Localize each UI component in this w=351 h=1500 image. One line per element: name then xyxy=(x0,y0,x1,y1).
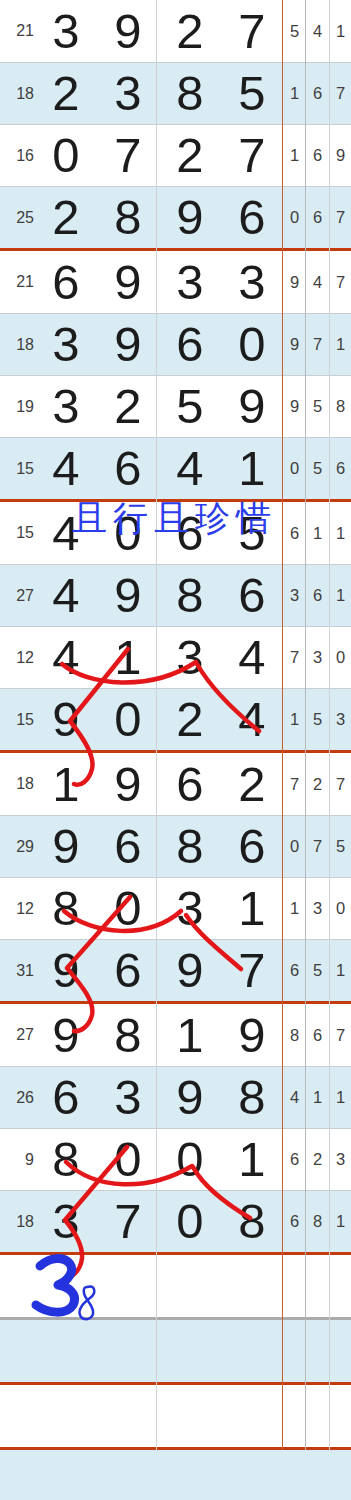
draw-row: 124134730 xyxy=(0,626,351,688)
sum-label: 21 xyxy=(0,23,35,39)
tail-digit: 6 xyxy=(306,147,329,164)
draw-row: 252896067 xyxy=(0,186,351,248)
main-digit: 7 xyxy=(97,1197,159,1246)
main-digit: 4 xyxy=(159,444,221,493)
draw-row xyxy=(0,1320,351,1382)
main-digit: 4 xyxy=(221,695,283,744)
main-digit: 1 xyxy=(221,444,283,493)
sum-label: 18 xyxy=(0,86,35,102)
tail-digit: 3 xyxy=(306,900,329,917)
main-digit: 3 xyxy=(159,258,221,307)
main-digit: 9 xyxy=(97,760,159,809)
tail-digit: 2 xyxy=(306,776,329,793)
main-digit: 0 xyxy=(35,131,97,180)
tail-digit: 6 xyxy=(329,460,351,477)
main-digit: 4 xyxy=(221,633,283,682)
tail-digit: 1 xyxy=(329,1089,351,1106)
draw-row: 213927541 xyxy=(0,0,351,62)
main-digit: 2 xyxy=(35,193,97,242)
main-digit: 7 xyxy=(97,131,159,180)
tail-digit: 1 xyxy=(329,587,351,604)
main-digit: 1 xyxy=(35,760,97,809)
main-digit: 9 xyxy=(97,258,159,307)
main-digit: 0 xyxy=(97,884,159,933)
main-digit: 6 xyxy=(35,258,97,307)
tail-digit: 6 xyxy=(306,1027,329,1044)
tail-digit: 3 xyxy=(329,1151,351,1168)
tail-digit: 0 xyxy=(283,838,306,855)
sum-label: 15 xyxy=(0,461,35,477)
tail-digit: 6 xyxy=(283,525,306,542)
tail-digit: 7 xyxy=(329,1027,351,1044)
draw-row: 160727169 xyxy=(0,124,351,186)
draw-row xyxy=(0,1450,351,1500)
sum-label: 29 xyxy=(0,839,35,855)
main-digit: 9 xyxy=(221,382,283,431)
main-digit: 8 xyxy=(221,1073,283,1122)
main-digit: 9 xyxy=(35,946,97,995)
tail-digit: 4 xyxy=(306,274,329,291)
main-digit: 1 xyxy=(97,633,159,682)
main-digit: 9 xyxy=(159,946,221,995)
sum-label: 16 xyxy=(0,148,35,164)
tail-digit: 0 xyxy=(329,900,351,917)
main-digit: 8 xyxy=(221,1197,283,1246)
tail-digit: 3 xyxy=(283,587,306,604)
sum-label: 27 xyxy=(0,588,35,604)
main-digit: 6 xyxy=(221,193,283,242)
main-digit: 3 xyxy=(221,258,283,307)
draw-row: 154641056 xyxy=(0,437,351,499)
draw-row: 274986361 xyxy=(0,564,351,626)
tail-digit: 8 xyxy=(283,1027,306,1044)
main-digit: 8 xyxy=(97,1011,159,1060)
main-digit: 3 xyxy=(35,7,97,56)
tail-digit: 0 xyxy=(283,209,306,226)
tail-digit: 1 xyxy=(306,525,329,542)
tail-digit: 6 xyxy=(306,209,329,226)
tail-digit: 8 xyxy=(306,1213,329,1230)
tail-digit: 0 xyxy=(329,649,351,666)
tail-digit: 9 xyxy=(283,336,306,353)
draw-rows-container: 2139275411823851671607271692528960672169… xyxy=(0,0,351,1500)
tail-digit: 7 xyxy=(283,649,306,666)
tail-digit: 3 xyxy=(329,711,351,728)
sum-label: 15 xyxy=(0,525,35,541)
main-digit: 9 xyxy=(35,695,97,744)
tail-digit: 6 xyxy=(306,85,329,102)
main-digit: 0 xyxy=(97,695,159,744)
draw-row: 182385167 xyxy=(0,62,351,124)
main-digit: 9 xyxy=(97,571,159,620)
sum-label: 9 xyxy=(0,1152,35,1168)
main-digit: 6 xyxy=(97,946,159,995)
main-digit: 0 xyxy=(159,1135,221,1184)
main-digit: 9 xyxy=(35,822,97,871)
sum-label: 15 xyxy=(0,712,35,728)
draw-row: 98001623 xyxy=(0,1128,351,1190)
draw-row: 193259958 xyxy=(0,375,351,437)
tail-digit: 7 xyxy=(329,274,351,291)
main-digit: 8 xyxy=(97,193,159,242)
tail-digit: 9 xyxy=(283,398,306,415)
main-digit: 6 xyxy=(97,822,159,871)
tail-digit: 7 xyxy=(283,776,306,793)
sum-label: 21 xyxy=(0,274,35,290)
tail-digit: 7 xyxy=(329,209,351,226)
tail-digit: 6 xyxy=(283,962,306,979)
draw-row xyxy=(0,1255,351,1317)
main-digit: 6 xyxy=(159,760,221,809)
tail-digit: 1 xyxy=(306,1089,329,1106)
main-digit: 2 xyxy=(221,760,283,809)
sum-label: 26 xyxy=(0,1090,35,1106)
draw-row: 183960971 xyxy=(0,313,351,375)
main-digit: 4 xyxy=(35,571,97,620)
main-digit: 2 xyxy=(35,69,97,118)
main-digit: 6 xyxy=(221,571,283,620)
tail-digit: 3 xyxy=(306,649,329,666)
main-digit: 1 xyxy=(221,1135,283,1184)
sum-label: 19 xyxy=(0,399,35,415)
main-digit: 9 xyxy=(97,320,159,369)
draw-row: 159024153 xyxy=(0,688,351,750)
tail-digit: 4 xyxy=(283,1089,306,1106)
main-digit: 3 xyxy=(159,884,221,933)
main-digit: 9 xyxy=(35,1011,97,1060)
draw-row: 183708681 xyxy=(0,1190,351,1252)
sum-label: 18 xyxy=(0,337,35,353)
main-digit: 6 xyxy=(221,822,283,871)
main-digit: 9 xyxy=(221,1011,283,1060)
draw-row: 216933947 xyxy=(0,251,351,313)
main-digit: 1 xyxy=(159,1011,221,1060)
tail-digit: 1 xyxy=(329,23,351,40)
tail-digit: 5 xyxy=(306,962,329,979)
tail-digit: 6 xyxy=(283,1151,306,1168)
main-digit: 9 xyxy=(159,193,221,242)
tail-digit: 1 xyxy=(329,1213,351,1230)
main-digit: 0 xyxy=(97,1135,159,1184)
sum-label: 25 xyxy=(0,210,35,226)
main-digit: 0 xyxy=(159,1197,221,1246)
main-digit: 7 xyxy=(221,946,283,995)
tail-digit: 7 xyxy=(306,838,329,855)
main-digit: 9 xyxy=(97,7,159,56)
main-digit: 8 xyxy=(159,69,221,118)
main-digit: 6 xyxy=(97,444,159,493)
main-digit: 2 xyxy=(159,7,221,56)
tail-digit: 6 xyxy=(306,587,329,604)
sum-label: 18 xyxy=(0,1214,35,1230)
tail-digit: 4 xyxy=(306,23,329,40)
main-digit: 0 xyxy=(221,320,283,369)
main-digit: 3 xyxy=(159,633,221,682)
tail-digit: 7 xyxy=(329,776,351,793)
sum-label: 18 xyxy=(0,776,35,792)
main-digit: 2 xyxy=(159,131,221,180)
tail-digit: 7 xyxy=(306,336,329,353)
main-digit: 5 xyxy=(221,69,283,118)
tail-digit: 6 xyxy=(283,1213,306,1230)
main-digit: 1 xyxy=(221,884,283,933)
main-digit: 3 xyxy=(97,69,159,118)
main-digit: 4 xyxy=(35,444,97,493)
draw-row xyxy=(0,1385,351,1447)
tail-digit: 1 xyxy=(283,711,306,728)
main-digit: 8 xyxy=(159,822,221,871)
sum-label: 12 xyxy=(0,650,35,666)
tail-digit: 9 xyxy=(329,147,351,164)
tail-digit: 5 xyxy=(283,23,306,40)
main-digit: 3 xyxy=(35,382,97,431)
main-digit: 7 xyxy=(221,7,283,56)
tail-digit: 9 xyxy=(283,274,306,291)
tail-digit: 1 xyxy=(329,525,351,542)
tail-digit: 1 xyxy=(283,85,306,102)
sum-label: 31 xyxy=(0,963,35,979)
tail-digit: 8 xyxy=(329,398,351,415)
main-digit: 9 xyxy=(159,1073,221,1122)
main-digit: 4 xyxy=(35,633,97,682)
draw-row: 128031130 xyxy=(0,877,351,939)
main-digit: 5 xyxy=(159,382,221,431)
main-digit: 3 xyxy=(35,1197,97,1246)
main-digit: 8 xyxy=(35,1135,97,1184)
main-digit: 3 xyxy=(97,1073,159,1122)
main-digit: 3 xyxy=(35,320,97,369)
tail-digit: 5 xyxy=(329,838,351,855)
main-digit: 6 xyxy=(35,1073,97,1122)
tail-digit: 5 xyxy=(306,398,329,415)
tail-digit: 5 xyxy=(306,711,329,728)
tail-digit: 7 xyxy=(329,85,351,102)
handwritten-note-text: 且行且珍惜 xyxy=(72,500,277,535)
main-digit: 2 xyxy=(97,382,159,431)
main-digit: 8 xyxy=(35,884,97,933)
sum-label: 27 xyxy=(0,1027,35,1043)
tail-digit: 5 xyxy=(306,460,329,477)
main-digit: 7 xyxy=(221,131,283,180)
tail-digit: 0 xyxy=(283,460,306,477)
draw-row: 181962727 xyxy=(0,753,351,815)
draw-row: 279819867 xyxy=(0,1004,351,1066)
tail-digit: 1 xyxy=(283,147,306,164)
trend-chart: 2139275411823851671607271692528960672169… xyxy=(0,0,351,1500)
tail-digit: 1 xyxy=(329,336,351,353)
tail-digit: 1 xyxy=(329,962,351,979)
tail-digit: 2 xyxy=(306,1151,329,1168)
draw-row: 319697651 xyxy=(0,939,351,1001)
main-digit: 2 xyxy=(159,695,221,744)
draw-row: 299686075 xyxy=(0,815,351,877)
draw-row: 266398411 xyxy=(0,1066,351,1128)
main-digit: 6 xyxy=(159,320,221,369)
sum-label: 12 xyxy=(0,901,35,917)
tail-digit: 1 xyxy=(283,900,306,917)
main-digit: 8 xyxy=(159,571,221,620)
